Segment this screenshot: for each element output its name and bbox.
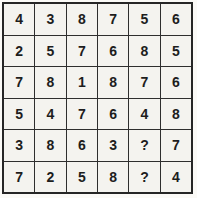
grid-cell-r5c5: ? (129, 130, 159, 161)
grid-cell-r3c4: 8 (98, 67, 128, 98)
grid-cell-r2c1: 2 (4, 36, 34, 67)
grid-cell-r6c6: 4 (161, 162, 191, 193)
grid-cell-r2c2: 5 (35, 36, 65, 67)
grid-cell-r4c4: 6 (98, 99, 128, 130)
grid-cell-r1c6: 6 (161, 4, 191, 35)
grid-cell-r3c5: 7 (129, 67, 159, 98)
grid-cell-r3c3: 1 (67, 67, 97, 98)
grid-cell-r1c5: 5 (129, 4, 159, 35)
grid-cell-r4c3: 7 (67, 99, 97, 130)
grid-cell-r3c1: 7 (4, 67, 34, 98)
grid-cell-r2c5: 8 (129, 36, 159, 67)
grid-cell-r1c4: 7 (98, 4, 128, 35)
grid-cell-r3c6: 6 (161, 67, 191, 98)
grid-cell-r5c1: 3 (4, 130, 34, 161)
grid-cell-r6c3: 5 (67, 162, 97, 193)
grid-cell-r4c6: 8 (161, 99, 191, 130)
grid-cell-r1c1: 4 (4, 4, 34, 35)
grid-cell-r2c3: 7 (67, 36, 97, 67)
grid-cell-r6c4: 8 (98, 162, 128, 193)
puzzle-grid: 4387562576857818765476483863?77258?4 (2, 2, 193, 194)
grid-cell-r5c2: 8 (35, 130, 65, 161)
grid-cell-r1c3: 8 (67, 4, 97, 35)
grid-cell-r5c3: 6 (67, 130, 97, 161)
grid-cell-r2c6: 5 (161, 36, 191, 67)
grid-cell-r4c2: 4 (35, 99, 65, 130)
grid-cell-r1c2: 3 (35, 4, 65, 35)
grid-cell-r6c2: 2 (35, 162, 65, 193)
grid-cell-r3c2: 8 (35, 67, 65, 98)
grid-cell-r5c6: 7 (161, 130, 191, 161)
grid-cell-r6c5: ? (129, 162, 159, 193)
grid-cell-r4c1: 5 (4, 99, 34, 130)
grid-cell-r2c4: 6 (98, 36, 128, 67)
grid-cell-r4c5: 4 (129, 99, 159, 130)
grid-cell-r6c1: 7 (4, 162, 34, 193)
grid-cell-r5c4: 3 (98, 130, 128, 161)
